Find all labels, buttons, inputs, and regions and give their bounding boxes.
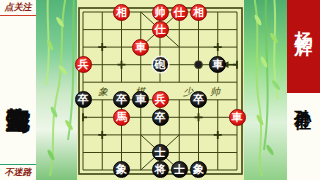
xiangqi-piece-black-将[interactable]: 将 xyxy=(152,161,169,178)
thumbnail-stage: 点关注 鸳鸯炮套路 不迷路 xyxy=(0,0,320,180)
willow-decoration-left xyxy=(36,0,77,180)
left-bottom-label: 不迷路 xyxy=(0,164,36,179)
xiangqi-piece-black-砲[interactable]: 砲 xyxy=(152,56,169,73)
xiangqi-piece-black-卒[interactable]: 卒 xyxy=(152,109,169,126)
willow-left-svg xyxy=(36,0,77,180)
xiangqi-piece-red-相[interactable]: 相 xyxy=(113,4,130,21)
player-black-name: 孙勇征 xyxy=(292,96,315,180)
player-black-banner: 孙勇征 xyxy=(287,93,320,180)
xiangqi-piece-red-兵[interactable]: 兵 xyxy=(152,91,169,108)
right-banner: 杨辉 孙勇征 xyxy=(287,0,320,180)
video-title-vertical: 鸳鸯炮套路 xyxy=(0,15,36,162)
river-char-4: 帅 xyxy=(210,86,221,97)
xiangqi-piece-black-士[interactable]: 士 xyxy=(152,144,169,161)
xiangqi-piece-red-馬[interactable]: 馬 xyxy=(113,109,130,126)
xiangqi-piece-red-相[interactable]: 相 xyxy=(190,4,207,21)
move-origin-dot xyxy=(195,61,203,69)
xiangqi-piece-black-卒[interactable]: 卒 xyxy=(75,91,92,108)
xiangqi-piece-red-車[interactable]: 車 xyxy=(132,39,149,56)
player-red-name: 杨辉 xyxy=(292,16,316,93)
left-top-label: 点关注 xyxy=(0,1,36,16)
left-banner: 点关注 鸳鸯炮套路 不迷路 xyxy=(0,0,36,180)
xiangqi-piece-red-帅[interactable]: 帅 xyxy=(152,4,169,21)
willow-right-svg xyxy=(244,0,287,180)
xiangqi-piece-red-仕[interactable]: 仕 xyxy=(171,4,188,21)
xiangqi-piece-red-車[interactable]: 車 xyxy=(229,109,246,126)
player-red-banner: 杨辉 xyxy=(287,0,320,93)
willow-decoration-right xyxy=(244,0,287,180)
xiangqi-board: 象 棋 少 帅 相帅仕相仕車兵砲車卒卒車兵卒馬卒車士象将士象 xyxy=(77,0,244,180)
xiangqi-piece-red-兵[interactable]: 兵 xyxy=(75,56,92,73)
xiangqi-piece-red-仕[interactable]: 仕 xyxy=(152,21,169,38)
river-char-1: 象 xyxy=(98,86,108,97)
